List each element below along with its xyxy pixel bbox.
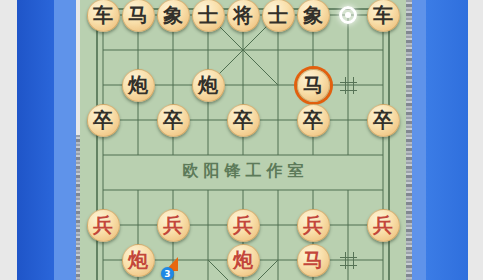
piece-black-elephant-left[interactable]: 象 (157, 0, 190, 32)
piece-black-cannon-left[interactable]: 炮 (122, 69, 155, 102)
piece-black-horse-right-moved[interactable]: 马 (297, 69, 330, 102)
right-gutter (468, 0, 483, 280)
piece-black-chariot-left[interactable]: 车 (87, 0, 120, 32)
piece-red-pawn-1[interactable]: 兵 (87, 209, 120, 242)
piece-red-horse-right[interactable]: 马 (297, 244, 330, 277)
piece-red-pawn-4[interactable]: 兵 (297, 209, 330, 242)
move-flag-number: 3 (161, 267, 174, 280)
left-panel (17, 0, 54, 280)
piece-black-soldier-2[interactable]: 卒 (157, 104, 190, 137)
piece-black-advisor-right[interactable]: 士 (262, 0, 295, 32)
last-move-origin-marker (339, 6, 357, 24)
piece-black-soldier-5[interactable]: 卒 (367, 104, 400, 137)
piece-black-advisor-left[interactable]: 士 (192, 0, 225, 32)
piece-red-pawn-5[interactable]: 兵 (367, 209, 400, 242)
right-panel-highlight (412, 0, 426, 280)
cannon-point-marker (340, 77, 357, 94)
right-panel (426, 0, 468, 280)
piece-red-cannon-center[interactable]: 炮 (227, 244, 260, 277)
piece-black-cannon-palace-corner[interactable]: 炮 (192, 69, 225, 102)
piece-black-elephant-right[interactable]: 象 (297, 0, 330, 32)
piece-red-pawn-2[interactable]: 兵 (157, 209, 190, 242)
piece-black-general[interactable]: 将 (227, 0, 260, 32)
piece-black-soldier-4[interactable]: 卒 (297, 104, 330, 137)
piece-black-horse-left[interactable]: 马 (122, 0, 155, 32)
cannon-point-marker (340, 252, 357, 269)
river-watermark: 欧阳锋工作室 (80, 161, 406, 182)
right-background-photo-sliver (405, 0, 412, 280)
piece-red-pawn-3[interactable]: 兵 (227, 209, 260, 242)
app-screenshot: { "game": "xiangqi", "position": { "fen"… (0, 0, 483, 280)
left-gutter (0, 0, 17, 280)
piece-black-chariot-right[interactable]: 车 (367, 0, 400, 32)
left-panel-highlight (54, 0, 76, 280)
piece-black-soldier-1[interactable]: 卒 (87, 104, 120, 137)
xiangqi-board[interactable]: 欧阳锋工作室 车马象士将士象车炮炮马卒卒卒卒卒兵兵兵兵兵炮炮马 3 (80, 0, 406, 280)
piece-red-cannon-left[interactable]: 炮 (122, 244, 155, 277)
piece-black-soldier-3[interactable]: 卒 (227, 104, 260, 137)
